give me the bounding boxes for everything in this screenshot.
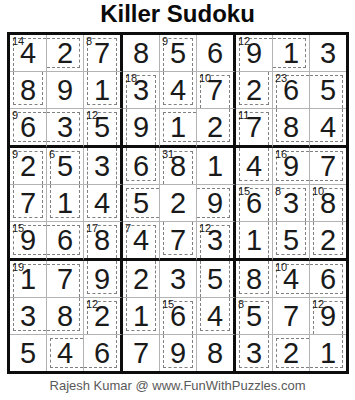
digit: 6 — [47, 222, 83, 258]
digit: 7 — [47, 261, 83, 297]
cell-r8c1[interactable]: 3 — [10, 298, 47, 335]
cell-r2c1[interactable]: 8 — [10, 72, 47, 109]
digit: 6 — [310, 261, 346, 297]
cage-sum: 12 — [312, 298, 324, 310]
digit: 2 — [236, 72, 272, 108]
cell-r7c6[interactable]: 5 — [197, 261, 236, 298]
cage-sum: 6 — [49, 148, 55, 160]
page-title: Killer Sudoku — [0, 0, 355, 28]
cell-r5c1[interactable]: 7 — [10, 185, 47, 222]
cell-r6c8[interactable]: 5 — [273, 222, 310, 261]
digit: 9 — [84, 261, 120, 297]
cell-r1c2[interactable]: 2 — [47, 35, 84, 72]
cell-r5c6[interactable]: 9 — [197, 185, 236, 222]
cage-sum: 16 — [275, 148, 287, 160]
digit: 8 — [236, 261, 272, 297]
grid-row: 926536318141697 — [10, 148, 346, 185]
digit: 4 — [84, 185, 120, 221]
cell-r4c9[interactable]: 7 — [310, 148, 346, 185]
cell-r5c4[interactable]: 5 — [123, 185, 160, 222]
cell-r9c8[interactable]: 2 — [273, 335, 310, 371]
cell-r1c3[interactable]: 87 — [84, 35, 123, 72]
cell-r9c9[interactable]: 1 — [310, 335, 346, 371]
cell-r9c4[interactable]: 7 — [123, 335, 160, 371]
digit: 7 — [310, 148, 346, 184]
cell-r9c7[interactable]: 3 — [236, 335, 273, 371]
cell-r4c3[interactable]: 3 — [84, 148, 123, 185]
digit: 5 — [10, 335, 46, 371]
digit: 3 — [10, 298, 46, 334]
cage-sum: 9 — [12, 148, 18, 160]
cell-r4c8[interactable]: 169 — [273, 148, 310, 185]
digit: 7 — [160, 222, 196, 258]
digit: 2 — [197, 109, 233, 145]
cell-r5c8[interactable]: 83 — [273, 185, 310, 222]
cage-sum: 7 — [125, 222, 131, 234]
digit: 9 — [123, 109, 159, 145]
cage-sum: 11 — [238, 109, 249, 121]
digit: 2 — [123, 261, 159, 297]
digit: 1 — [197, 148, 233, 184]
cell-r8c9[interactable]: 129 — [310, 298, 346, 335]
digit: 7 — [10, 185, 46, 221]
cage-sum: 23 — [275, 72, 287, 84]
cell-r5c2[interactable]: 1 — [47, 185, 84, 222]
digit: 5 — [123, 185, 159, 221]
cell-r2c4[interactable]: 183 — [123, 72, 160, 109]
cage-sum: 10 — [199, 72, 211, 84]
cell-r4c4[interactable]: 6 — [123, 148, 160, 185]
digit: 4 — [197, 298, 233, 334]
cell-r3c9[interactable]: 4 — [310, 109, 346, 148]
cage-sum: 17 — [86, 222, 98, 234]
cell-r7c7[interactable]: 8 — [236, 261, 273, 298]
grid-row: 96312591211784 — [10, 109, 346, 148]
digit: 6 — [84, 335, 120, 371]
grid-row: 1596178747123152 — [10, 222, 346, 261]
cell-r4c6[interactable]: 1 — [197, 148, 236, 185]
cell-r7c9[interactable]: 6 — [310, 261, 346, 298]
digit: 2 — [273, 335, 309, 371]
cell-r8c4[interactable]: 1 — [123, 298, 160, 335]
cell-r2c8[interactable]: 236 — [273, 72, 310, 109]
digit: 5 — [273, 222, 309, 258]
cage-sum: 15 — [238, 185, 250, 197]
cell-r7c4[interactable]: 2 — [123, 261, 160, 298]
digit: 8 — [273, 109, 309, 145]
grid-row: 144287895612913 — [10, 35, 346, 72]
cage-sum: 12 — [238, 35, 250, 47]
cage-sum: 19 — [12, 261, 24, 273]
cell-r6c3[interactable]: 178 — [84, 222, 123, 261]
cage-sum: 9 — [12, 109, 18, 121]
sudoku-grid: 1442878956129138911834107223659631259121… — [7, 32, 349, 374]
cell-r8c7[interactable]: 85 — [236, 298, 273, 335]
grid-row: 71452915683108 — [10, 185, 346, 222]
digit: 5 — [310, 72, 346, 108]
cell-r8c8[interactable]: 7 — [273, 298, 310, 335]
cage-sum: 15 — [12, 222, 24, 234]
digit: 2 — [47, 35, 83, 71]
cage-sum: 14 — [12, 35, 24, 47]
cell-r9c3[interactable]: 6 — [84, 335, 123, 371]
cage-sum: 9 — [162, 35, 168, 47]
cell-r1c6[interactable]: 6 — [197, 35, 236, 72]
cell-r2c5[interactable]: 4 — [160, 72, 197, 109]
cell-r1c8[interactable]: 1 — [273, 35, 310, 72]
digit: 9 — [160, 335, 196, 371]
cell-r6c4[interactable]: 74 — [123, 222, 160, 261]
digit: 9 — [47, 72, 83, 108]
cell-r2c7[interactable]: 2 — [236, 72, 273, 109]
digit: 1 — [310, 335, 346, 371]
digit: 8 — [47, 298, 83, 334]
digit: 3 — [236, 335, 272, 371]
grid-row: 3812211564857129 — [10, 298, 346, 335]
cell-r3c3[interactable]: 125 — [84, 109, 123, 148]
cell-r1c4[interactable]: 8 — [123, 35, 160, 72]
cell-r2c2[interactable]: 9 — [47, 72, 84, 109]
cell-r3c1[interactable]: 96 — [10, 109, 47, 148]
cage-sum: 12 — [199, 222, 211, 234]
cell-r3c5[interactable]: 1 — [160, 109, 197, 148]
cell-r6c2[interactable]: 6 — [47, 222, 84, 261]
cage-sum: 8 — [86, 35, 92, 47]
cell-r5c9[interactable]: 108 — [310, 185, 346, 222]
cell-r7c3[interactable]: 9 — [84, 261, 123, 298]
digit: 8 — [197, 335, 233, 371]
footer-credit: Rajesh Kumar @ www.FunWithPuzzles.com — [0, 378, 355, 393]
cell-r9c5[interactable]: 9 — [160, 335, 197, 371]
cell-r1c1[interactable]: 144 — [10, 35, 47, 72]
digit: 4 — [236, 148, 272, 184]
cage-sum: 8 — [238, 298, 244, 310]
digit: 8 — [10, 72, 46, 108]
cell-r4c2[interactable]: 65 — [47, 148, 84, 185]
cell-r2c3[interactable]: 1 — [84, 72, 123, 109]
cage-sum: 10 — [275, 261, 287, 273]
digit: 6 — [197, 35, 233, 71]
cell-r9c1[interactable]: 5 — [10, 335, 47, 371]
cell-r5c3[interactable]: 4 — [84, 185, 123, 222]
digit: 1 — [160, 109, 196, 145]
cell-r3c6[interactable]: 2 — [197, 109, 236, 148]
cell-r8c3[interactable]: 122 — [84, 298, 123, 335]
cell-r6c7[interactable]: 1 — [236, 222, 273, 261]
cell-r4c7[interactable]: 4 — [236, 148, 273, 185]
cage-sum: 18 — [125, 72, 137, 84]
digit: 4 — [310, 109, 346, 145]
digit: 3 — [160, 261, 196, 297]
digit: 5 — [197, 261, 233, 297]
cell-r7c2[interactable]: 7 — [47, 261, 84, 298]
cage-sum: 31 — [162, 148, 174, 160]
cage-sum: 12 — [86, 109, 98, 121]
digit: 9 — [197, 185, 233, 221]
digit: 8 — [123, 35, 159, 71]
cell-r9c2[interactable]: 4 — [47, 335, 84, 371]
cell-r6c1[interactable]: 159 — [10, 222, 47, 261]
cage-sum: 12 — [86, 298, 98, 310]
digit: 1 — [84, 72, 120, 108]
cell-r5c5[interactable]: 2 — [160, 185, 197, 222]
cell-r5c7[interactable]: 156 — [236, 185, 273, 222]
cell-r1c5[interactable]: 95 — [160, 35, 197, 72]
cell-r6c5[interactable]: 7 — [160, 222, 197, 261]
cell-r3c8[interactable]: 8 — [273, 109, 310, 148]
digit: 6 — [123, 148, 159, 184]
cell-r9c6[interactable]: 8 — [197, 335, 236, 371]
grid-row: 1917923581046 — [10, 261, 346, 298]
digit: 3 — [310, 35, 346, 71]
cell-r8c5[interactable]: 156 — [160, 298, 197, 335]
grid-row: 546798321 — [10, 335, 346, 371]
digit: 2 — [160, 185, 196, 221]
digit: 7 — [273, 298, 309, 334]
cell-r2c6[interactable]: 107 — [197, 72, 236, 109]
cell-r8c2[interactable]: 8 — [47, 298, 84, 335]
cell-r4c5[interactable]: 318 — [160, 148, 197, 185]
cell-r1c9[interactable]: 3 — [310, 35, 346, 72]
cell-r8c6[interactable]: 4 — [197, 298, 236, 335]
cell-r6c6[interactable]: 123 — [197, 222, 236, 261]
cell-r1c7[interactable]: 129 — [236, 35, 273, 72]
digit: 1 — [47, 185, 83, 221]
digit: 2 — [310, 222, 346, 258]
cell-r4c1[interactable]: 92 — [10, 148, 47, 185]
digit: 7 — [123, 335, 159, 371]
digit: 4 — [160, 72, 196, 108]
digit: 3 — [47, 109, 83, 145]
cell-r3c4[interactable]: 9 — [123, 109, 160, 148]
cage-sum: 10 — [312, 185, 324, 197]
cell-r2c9[interactable]: 5 — [310, 72, 346, 109]
cell-r3c7[interactable]: 117 — [236, 109, 273, 148]
cell-r7c8[interactable]: 104 — [273, 261, 310, 298]
digit: 1 — [236, 222, 272, 258]
cell-r3c2[interactable]: 3 — [47, 109, 84, 148]
digit: 1 — [123, 298, 159, 334]
cell-r7c1[interactable]: 191 — [10, 261, 47, 298]
cage-sum: 15 — [162, 298, 174, 310]
cage-sum: 8 — [275, 185, 281, 197]
cell-r7c5[interactable]: 3 — [160, 261, 197, 298]
grid-row: 891183410722365 — [10, 72, 346, 109]
digit: 3 — [84, 148, 120, 184]
digit: 4 — [47, 335, 83, 371]
digit: 1 — [273, 35, 309, 71]
cell-r6c9[interactable]: 2 — [310, 222, 346, 261]
